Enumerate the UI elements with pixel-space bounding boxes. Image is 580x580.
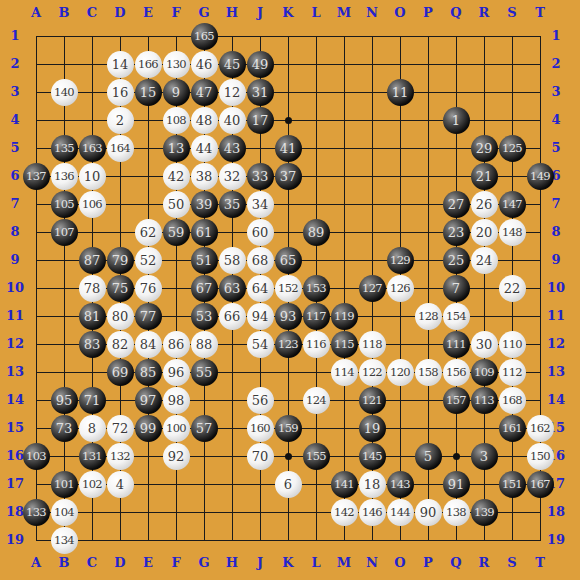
stone-black-13-f5: 13 — [163, 135, 190, 162]
stone-white-12-h3: 12 — [219, 79, 246, 106]
stone-black-49-j2: 49 — [247, 51, 274, 78]
stone-black-65-k9: 65 — [275, 247, 302, 274]
stone-white-40-h4: 40 — [219, 107, 246, 134]
stone-black-33-j6: 33 — [247, 163, 274, 190]
stone-black-127-n10: 127 — [359, 275, 386, 302]
stone-black-29-r5: 29 — [471, 135, 498, 162]
stone-white-76-e10: 76 — [135, 275, 162, 302]
stone-white-14-d2: 14 — [107, 51, 134, 78]
go-board-app: AABBCCDDEEFFGGHHJJKKLLMMNNOOPPQQRRSSTT11… — [0, 0, 580, 580]
stone-white-102-c17: 102 — [79, 471, 106, 498]
stone-black-23-q8: 23 — [443, 219, 470, 246]
go-board[interactable]: 1234567891011121314151617181920212223242… — [22, 22, 554, 554]
stone-white-34-j7: 34 — [247, 191, 274, 218]
stone-white-16-d3: 16 — [107, 79, 134, 106]
stone-white-116-l12: 116 — [303, 331, 330, 358]
stone-black-161-s15: 161 — [499, 415, 526, 442]
stone-white-108-f4: 108 — [163, 107, 190, 134]
stone-black-151-s17: 151 — [499, 471, 526, 498]
stone-black-149-t6: 149 — [527, 163, 554, 190]
stone-white-142-m18: 142 — [331, 499, 358, 526]
stone-white-48-g4: 48 — [191, 107, 218, 134]
stone-black-91-q17: 91 — [443, 471, 470, 498]
stone-black-113-r14: 113 — [471, 387, 498, 414]
stone-white-152-k10: 152 — [275, 275, 302, 302]
stone-black-123-k12: 123 — [275, 331, 302, 358]
stone-black-83-c12: 83 — [79, 331, 106, 358]
stone-black-137-a6: 137 — [23, 163, 50, 190]
stone-white-136-b6: 136 — [51, 163, 78, 190]
stone-black-59-f8: 59 — [163, 219, 190, 246]
stone-white-156-q13: 156 — [443, 359, 470, 386]
stone-white-134-b19: 134 — [51, 527, 78, 554]
stone-black-85-e13: 85 — [135, 359, 162, 386]
stone-white-4-d17: 4 — [107, 471, 134, 498]
stone-black-81-c11: 81 — [79, 303, 106, 330]
stone-white-84-e12: 84 — [135, 331, 162, 358]
stone-black-129-o9: 129 — [387, 247, 414, 274]
stone-white-10-c6: 10 — [79, 163, 106, 190]
stone-black-119-m11: 119 — [331, 303, 358, 330]
stone-black-45-h2: 45 — [219, 51, 246, 78]
stone-black-105-b7: 105 — [51, 191, 78, 218]
stone-white-160-j15: 160 — [247, 415, 274, 442]
stone-white-32-h6: 32 — [219, 163, 246, 190]
stone-black-71-c14: 71 — [79, 387, 106, 414]
stone-black-125-s5: 125 — [499, 135, 526, 162]
stone-black-121-n14: 121 — [359, 387, 386, 414]
stone-white-118-n12: 118 — [359, 331, 386, 358]
stone-black-5-p16: 5 — [415, 443, 442, 470]
stone-white-140-b3: 140 — [51, 79, 78, 106]
stone-white-104-b18: 104 — [51, 499, 78, 526]
stone-black-53-g11: 53 — [191, 303, 218, 330]
stone-black-159-k15: 159 — [275, 415, 302, 442]
stone-white-112-s13: 112 — [499, 359, 526, 386]
stone-white-96-f13: 96 — [163, 359, 190, 386]
stone-white-98-f14: 98 — [163, 387, 190, 414]
stone-black-157-q14: 157 — [443, 387, 470, 414]
stone-black-131-c16: 131 — [79, 443, 106, 470]
stone-white-66-h11: 66 — [219, 303, 246, 330]
stone-white-162-t15: 162 — [527, 415, 554, 442]
stone-white-70-j16: 70 — [247, 443, 274, 470]
stone-black-57-g15: 57 — [191, 415, 218, 442]
stone-white-166-e2: 166 — [135, 51, 162, 78]
stone-black-103-a16: 103 — [23, 443, 50, 470]
stone-white-158-p13: 158 — [415, 359, 442, 386]
stone-black-61-g8: 61 — [191, 219, 218, 246]
stone-white-60-j8: 60 — [247, 219, 274, 246]
stone-white-92-f16: 92 — [163, 443, 190, 470]
stone-white-146-n18: 146 — [359, 499, 386, 526]
stone-white-20-r8: 20 — [471, 219, 498, 246]
stone-black-135-b5: 135 — [51, 135, 78, 162]
stone-black-139-r18: 139 — [471, 499, 498, 526]
stone-black-21-r6: 21 — [471, 163, 498, 190]
stone-black-41-k5: 41 — [275, 135, 302, 162]
stone-black-77-e11: 77 — [135, 303, 162, 330]
stone-black-109-r13: 109 — [471, 359, 498, 386]
stone-black-87-c9: 87 — [79, 247, 106, 274]
stone-black-143-o17: 143 — [387, 471, 414, 498]
stone-white-126-o10: 126 — [387, 275, 414, 302]
stone-white-26-r7: 26 — [471, 191, 498, 218]
stone-white-62-e8: 62 — [135, 219, 162, 246]
stone-black-153-l10: 153 — [303, 275, 330, 302]
stone-white-46-g2: 46 — [191, 51, 218, 78]
stone-white-122-n13: 122 — [359, 359, 386, 386]
stone-white-82-d12: 82 — [107, 331, 134, 358]
stone-white-80-d11: 80 — [107, 303, 134, 330]
stone-white-164-d5: 164 — [107, 135, 134, 162]
stone-black-133-a18: 133 — [23, 499, 50, 526]
stone-black-67-g10: 67 — [191, 275, 218, 302]
stone-black-1-q4: 1 — [443, 107, 470, 134]
stone-white-94-j11: 94 — [247, 303, 274, 330]
stone-black-101-b17: 101 — [51, 471, 78, 498]
stone-black-17-j4: 17 — [247, 107, 274, 134]
stone-white-8-c15: 8 — [79, 415, 106, 442]
stone-black-147-s7: 147 — [499, 191, 526, 218]
stone-black-97-e14: 97 — [135, 387, 162, 414]
stone-black-99-e15: 99 — [135, 415, 162, 442]
stone-black-117-l11: 117 — [303, 303, 330, 330]
stone-white-64-j10: 64 — [247, 275, 274, 302]
stone-black-15-e3: 15 — [135, 79, 162, 106]
stone-black-141-m17: 141 — [331, 471, 358, 498]
stone-white-132-d16: 132 — [107, 443, 134, 470]
stone-white-6-k17: 6 — [275, 471, 302, 498]
stone-white-72-d15: 72 — [107, 415, 134, 442]
stone-white-24-r9: 24 — [471, 247, 498, 274]
stone-white-130-f2: 130 — [163, 51, 190, 78]
stone-black-11-o3: 11 — [387, 79, 414, 106]
stone-black-51-g9: 51 — [191, 247, 218, 274]
stone-black-165-g1: 165 — [191, 23, 218, 50]
stone-black-31-j3: 31 — [247, 79, 274, 106]
stone-black-115-m12: 115 — [331, 331, 358, 358]
stone-black-167-t17: 167 — [527, 471, 554, 498]
stone-white-154-q11: 154 — [443, 303, 470, 330]
stone-black-95-b14: 95 — [51, 387, 78, 414]
stone-black-35-h7: 35 — [219, 191, 246, 218]
stone-white-86-f12: 86 — [163, 331, 190, 358]
stone-black-37-k6: 37 — [275, 163, 302, 190]
stone-black-39-g7: 39 — [191, 191, 218, 218]
stone-black-47-g3: 47 — [191, 79, 218, 106]
stone-white-44-g5: 44 — [191, 135, 218, 162]
stone-black-69-d13: 69 — [107, 359, 134, 386]
stone-white-148-s8: 148 — [499, 219, 526, 246]
stone-white-110-s12: 110 — [499, 331, 526, 358]
stone-black-79-d9: 79 — [107, 247, 134, 274]
stone-black-7-q10: 7 — [443, 275, 470, 302]
stone-white-100-f15: 100 — [163, 415, 190, 442]
stone-black-111-q12: 111 — [443, 331, 470, 358]
stone-white-144-o18: 144 — [387, 499, 414, 526]
stone-white-52-e9: 52 — [135, 247, 162, 274]
stone-white-150-t16: 150 — [527, 443, 554, 470]
stone-white-124-l14: 124 — [303, 387, 330, 414]
stone-white-2-d4: 2 — [107, 107, 134, 134]
stone-black-55-g13: 55 — [191, 359, 218, 386]
stone-black-163-c5: 163 — [79, 135, 106, 162]
stone-black-145-n16: 145 — [359, 443, 386, 470]
stone-black-89-l8: 89 — [303, 219, 330, 246]
stone-black-107-b8: 107 — [51, 219, 78, 246]
stone-white-128-p11: 128 — [415, 303, 442, 330]
stone-white-138-q18: 138 — [443, 499, 470, 526]
stone-white-68-j9: 68 — [247, 247, 274, 274]
stone-black-73-b15: 73 — [51, 415, 78, 442]
stone-white-88-g12: 88 — [191, 331, 218, 358]
stone-black-25-q9: 25 — [443, 247, 470, 274]
stone-white-30-r12: 30 — [471, 331, 498, 358]
stone-white-38-g6: 38 — [191, 163, 218, 190]
stone-white-54-j12: 54 — [247, 331, 274, 358]
stone-white-106-c7: 106 — [79, 191, 106, 218]
stone-white-114-m13: 114 — [331, 359, 358, 386]
stone-white-78-c10: 78 — [79, 275, 106, 302]
stone-white-18-n17: 18 — [359, 471, 386, 498]
stone-black-75-d10: 75 — [107, 275, 134, 302]
stone-black-93-k11: 93 — [275, 303, 302, 330]
stone-white-22-s10: 22 — [499, 275, 526, 302]
stone-black-43-h5: 43 — [219, 135, 246, 162]
stone-white-90-p18: 90 — [415, 499, 442, 526]
stone-black-3-r16: 3 — [471, 443, 498, 470]
stone-black-63-h10: 63 — [219, 275, 246, 302]
stone-black-9-f3: 9 — [163, 79, 190, 106]
stone-black-19-n15: 19 — [359, 415, 386, 442]
stone-white-56-j14: 56 — [247, 387, 274, 414]
stone-white-120-o13: 120 — [387, 359, 414, 386]
stone-white-42-f6: 42 — [163, 163, 190, 190]
stone-black-27-q7: 27 — [443, 191, 470, 218]
stone-white-50-f7: 50 — [163, 191, 190, 218]
stone-white-58-h9: 58 — [219, 247, 246, 274]
stone-white-168-s14: 168 — [499, 387, 526, 414]
stone-black-155-l16: 155 — [303, 443, 330, 470]
